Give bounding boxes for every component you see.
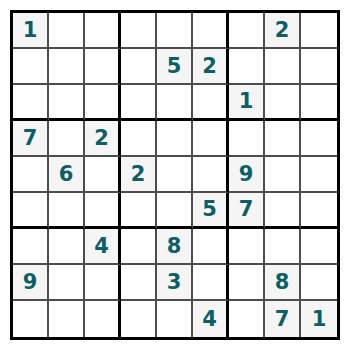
- cell-r5c7: 9: [229, 157, 265, 193]
- cell-r1c7[interactable]: [229, 13, 265, 49]
- cell-r6c6: 5: [193, 193, 229, 229]
- cell-r5c8[interactable]: [265, 157, 301, 193]
- cell-r2c4[interactable]: [121, 49, 157, 85]
- cell-r3c1[interactable]: [13, 85, 49, 121]
- cell-r4c8[interactable]: [265, 121, 301, 157]
- cell-r1c3[interactable]: [85, 13, 121, 49]
- cell-r9c3[interactable]: [85, 301, 121, 337]
- cell-r7c2[interactable]: [49, 229, 85, 265]
- cell-r9c4[interactable]: [121, 301, 157, 337]
- cell-r4c9[interactable]: [301, 121, 337, 157]
- cell-r7c3: 4: [85, 229, 121, 265]
- cell-r2c2[interactable]: [49, 49, 85, 85]
- cell-r6c8[interactable]: [265, 193, 301, 229]
- cell-r2c7[interactable]: [229, 49, 265, 85]
- cell-r1c4[interactable]: [121, 13, 157, 49]
- cell-r1c5[interactable]: [157, 13, 193, 49]
- cell-r4c6[interactable]: [193, 121, 229, 157]
- cell-r3c2[interactable]: [49, 85, 85, 121]
- cell-r8c7[interactable]: [229, 265, 265, 301]
- cell-r4c3: 2: [85, 121, 121, 157]
- cell-r9c1[interactable]: [13, 301, 49, 337]
- cell-r4c2[interactable]: [49, 121, 85, 157]
- cell-r8c4[interactable]: [121, 265, 157, 301]
- cell-r3c4[interactable]: [121, 85, 157, 121]
- cell-r6c4[interactable]: [121, 193, 157, 229]
- cell-r5c9[interactable]: [301, 157, 337, 193]
- cell-r5c1[interactable]: [13, 157, 49, 193]
- cell-r3c8[interactable]: [265, 85, 301, 121]
- cell-r1c2[interactable]: [49, 13, 85, 49]
- cell-r2c9[interactable]: [301, 49, 337, 85]
- cell-r7c8[interactable]: [265, 229, 301, 265]
- cell-r8c5: 3: [157, 265, 193, 301]
- cell-r6c1[interactable]: [13, 193, 49, 229]
- cell-r7c9[interactable]: [301, 229, 337, 265]
- cell-r3c9[interactable]: [301, 85, 337, 121]
- cell-r3c3[interactable]: [85, 85, 121, 121]
- cell-r5c5[interactable]: [157, 157, 193, 193]
- cell-r1c1: 1: [13, 13, 49, 49]
- cell-r2c6: 2: [193, 49, 229, 85]
- cell-r4c5[interactable]: [157, 121, 193, 157]
- cell-r9c6: 4: [193, 301, 229, 337]
- cell-r8c2[interactable]: [49, 265, 85, 301]
- cell-r9c7[interactable]: [229, 301, 265, 337]
- cell-r9c9: 1: [301, 301, 337, 337]
- cell-r9c2[interactable]: [49, 301, 85, 337]
- cell-r1c6[interactable]: [193, 13, 229, 49]
- cell-r4c7[interactable]: [229, 121, 265, 157]
- cell-r1c9[interactable]: [301, 13, 337, 49]
- cell-r2c5: 5: [157, 49, 193, 85]
- cell-r3c7: 1: [229, 85, 265, 121]
- cell-r9c8: 7: [265, 301, 301, 337]
- cell-r9c5[interactable]: [157, 301, 193, 337]
- cell-r8c1: 9: [13, 265, 49, 301]
- cell-r2c3[interactable]: [85, 49, 121, 85]
- cell-r2c8[interactable]: [265, 49, 301, 85]
- cell-r5c4: 2: [121, 157, 157, 193]
- cell-r8c8: 8: [265, 265, 301, 301]
- cell-r6c5[interactable]: [157, 193, 193, 229]
- cell-r3c5[interactable]: [157, 85, 193, 121]
- cell-r5c6[interactable]: [193, 157, 229, 193]
- cell-r8c3[interactable]: [85, 265, 121, 301]
- cell-r6c9[interactable]: [301, 193, 337, 229]
- cell-r7c7[interactable]: [229, 229, 265, 265]
- cell-r7c5: 8: [157, 229, 193, 265]
- cell-r5c3[interactable]: [85, 157, 121, 193]
- cell-r2c1[interactable]: [13, 49, 49, 85]
- sudoku-board: 12521726295748938471: [10, 10, 340, 340]
- cell-r1c8: 2: [265, 13, 301, 49]
- cell-r5c2: 6: [49, 157, 85, 193]
- cell-r7c4[interactable]: [121, 229, 157, 265]
- cell-r8c6[interactable]: [193, 265, 229, 301]
- cell-r6c3[interactable]: [85, 193, 121, 229]
- cell-r3c6[interactable]: [193, 85, 229, 121]
- cell-r8c9[interactable]: [301, 265, 337, 301]
- cell-r4c4[interactable]: [121, 121, 157, 157]
- cell-r4c1: 7: [13, 121, 49, 157]
- cell-r7c1[interactable]: [13, 229, 49, 265]
- cell-r6c2[interactable]: [49, 193, 85, 229]
- cell-r7c6[interactable]: [193, 229, 229, 265]
- cell-r6c7: 7: [229, 193, 265, 229]
